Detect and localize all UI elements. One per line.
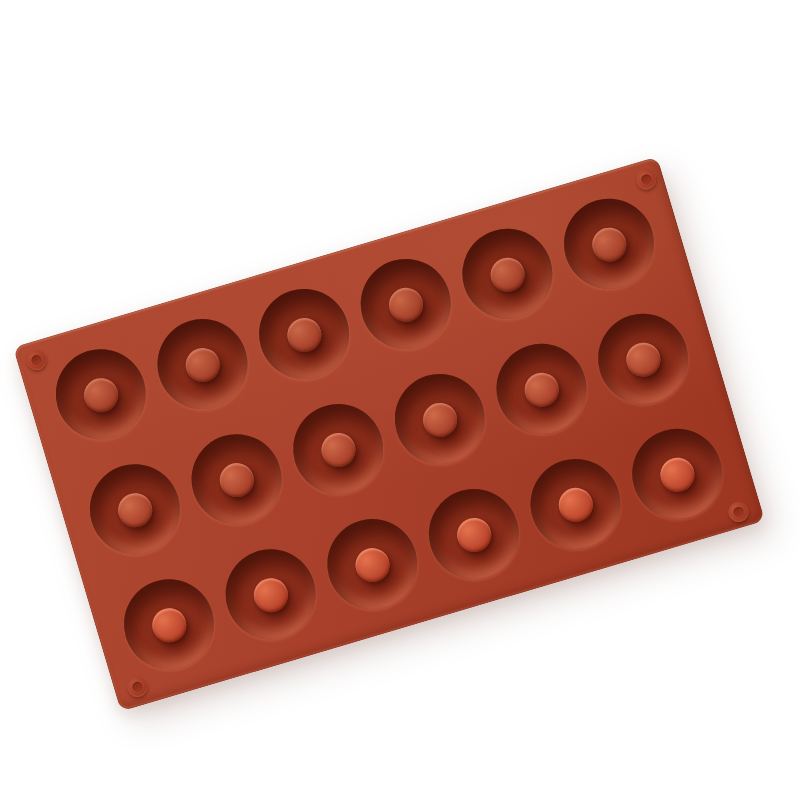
- donut-cavity: [486, 333, 598, 445]
- donut-cavity: [451, 218, 563, 330]
- donut-cavity: [282, 393, 394, 505]
- donut-cavity: [79, 453, 191, 565]
- cavity-center-post: [453, 514, 495, 556]
- donut-cavity: [384, 363, 496, 475]
- donut-cavity: [587, 303, 699, 415]
- cavity-center-post: [555, 484, 597, 526]
- donut-cavity: [520, 448, 632, 560]
- cavity-center-post: [385, 284, 427, 326]
- cavity-center-post: [351, 544, 393, 586]
- cavity-center-post: [250, 574, 292, 616]
- donut-cavity: [45, 338, 157, 450]
- cavity-center-post: [521, 369, 563, 411]
- cavity-center-post: [80, 374, 122, 416]
- donut-cavity: [553, 188, 665, 300]
- cavity-center-post: [487, 254, 529, 296]
- cavity-center-post: [419, 399, 461, 441]
- cavity-grid: [13, 156, 765, 711]
- donut-cavity: [350, 248, 462, 360]
- donut-cavity: [215, 538, 327, 650]
- donut-cavity: [418, 478, 530, 590]
- donut-cavity: [316, 508, 428, 620]
- product-photo-scene: [0, 0, 800, 800]
- cavity-center-post: [182, 344, 224, 386]
- donut-cavity: [248, 278, 360, 390]
- cavity-center-post: [283, 314, 325, 356]
- cavity-center-post: [148, 604, 190, 646]
- donut-cavity: [621, 418, 733, 530]
- donut-cavity: [147, 308, 259, 420]
- cavity-center-post: [216, 459, 258, 501]
- donut-cavity: [113, 568, 225, 680]
- silicone-donut-mold: [13, 156, 765, 711]
- cavity-center-post: [588, 224, 630, 266]
- cavity-center-post: [622, 339, 664, 381]
- cavity-center-post: [114, 489, 156, 531]
- cavity-center-post: [656, 454, 698, 496]
- donut-cavity: [181, 423, 293, 535]
- cavity-center-post: [317, 429, 359, 471]
